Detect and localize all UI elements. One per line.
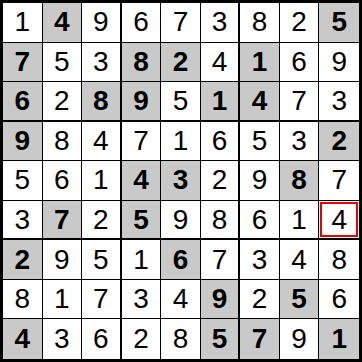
cell-r8c6[interactable]: 9 xyxy=(201,280,241,320)
cell-r2c2[interactable]: 5 xyxy=(43,43,83,83)
cell-r5c2[interactable]: 6 xyxy=(43,161,83,201)
cell-r4c5[interactable]: 1 xyxy=(161,122,201,162)
cell-r5c7[interactable]: 9 xyxy=(240,161,280,201)
cell-r6c3[interactable]: 2 xyxy=(82,201,122,241)
cell-r6c8[interactable]: 1 xyxy=(280,201,320,241)
cell-r2c1[interactable]: 7 xyxy=(3,43,43,83)
cell-r4c8[interactable]: 3 xyxy=(280,122,320,162)
cell-r9c2[interactable]: 3 xyxy=(43,319,83,359)
cell-r4c4[interactable]: 7 xyxy=(122,122,162,162)
cell-r5c1[interactable]: 5 xyxy=(3,161,43,201)
cell-r1c7[interactable]: 8 xyxy=(240,3,280,43)
cell-r8c9[interactable]: 6 xyxy=(319,280,359,320)
cell-r9c6[interactable]: 5 xyxy=(201,319,241,359)
cell-r4c7[interactable]: 5 xyxy=(240,122,280,162)
cell-r5c3[interactable]: 1 xyxy=(82,161,122,201)
cell-r2c6[interactable]: 4 xyxy=(201,43,241,83)
cell-r5c5[interactable]: 3 xyxy=(161,161,201,201)
cell-r3c4[interactable]: 9 xyxy=(122,82,162,122)
cell-r3c8[interactable]: 7 xyxy=(280,82,320,122)
cell-r6c9[interactable]: 4 xyxy=(319,201,359,241)
cell-r1c2[interactable]: 4 xyxy=(43,3,83,43)
cell-r8c5[interactable]: 4 xyxy=(161,280,201,320)
cell-r3c3[interactable]: 8 xyxy=(82,82,122,122)
cell-r4c2[interactable]: 8 xyxy=(43,122,83,162)
cell-r5c6[interactable]: 2 xyxy=(201,161,241,201)
cell-r7c2[interactable]: 9 xyxy=(43,240,83,280)
cell-r7c4[interactable]: 1 xyxy=(122,240,162,280)
cell-r6c2[interactable]: 7 xyxy=(43,201,83,241)
cell-r8c7[interactable]: 2 xyxy=(240,280,280,320)
cell-r7c9[interactable]: 8 xyxy=(319,240,359,280)
cell-r3c1[interactable]: 6 xyxy=(3,82,43,122)
cell-r9c8[interactable]: 9 xyxy=(280,319,320,359)
cell-r4c1[interactable]: 9 xyxy=(3,122,43,162)
cell-r7c1[interactable]: 2 xyxy=(3,240,43,280)
cell-r1c3[interactable]: 9 xyxy=(82,3,122,43)
cell-r8c2[interactable]: 1 xyxy=(43,280,83,320)
cell-r4c6[interactable]: 6 xyxy=(201,122,241,162)
cell-r3c2[interactable]: 2 xyxy=(43,82,83,122)
cell-r2c9[interactable]: 9 xyxy=(319,43,359,83)
cell-r8c4[interactable]: 3 xyxy=(122,280,162,320)
cell-r7c6[interactable]: 7 xyxy=(201,240,241,280)
cell-r6c6[interactable]: 8 xyxy=(201,201,241,241)
cell-r9c7[interactable]: 7 xyxy=(240,319,280,359)
sudoku-board: 1496738257538241696289514739847165325614… xyxy=(0,0,362,362)
cell-r1c6[interactable]: 3 xyxy=(201,3,241,43)
cell-r2c8[interactable]: 6 xyxy=(280,43,320,83)
cell-r1c5[interactable]: 7 xyxy=(161,3,201,43)
cell-r1c4[interactable]: 6 xyxy=(122,3,162,43)
cell-r8c3[interactable]: 7 xyxy=(82,280,122,320)
cell-r8c1[interactable]: 8 xyxy=(3,280,43,320)
cell-r1c8[interactable]: 2 xyxy=(280,3,320,43)
cell-r7c3[interactable]: 5 xyxy=(82,240,122,280)
cell-r7c5[interactable]: 6 xyxy=(161,240,201,280)
cell-r4c9[interactable]: 2 xyxy=(319,122,359,162)
cell-r2c3[interactable]: 3 xyxy=(82,43,122,83)
cell-r4c3[interactable]: 4 xyxy=(82,122,122,162)
cell-r5c8[interactable]: 8 xyxy=(280,161,320,201)
cell-r9c4[interactable]: 2 xyxy=(122,319,162,359)
cell-r7c8[interactable]: 4 xyxy=(280,240,320,280)
cell-r9c1[interactable]: 4 xyxy=(3,319,43,359)
cell-r9c3[interactable]: 6 xyxy=(82,319,122,359)
cell-r2c5[interactable]: 2 xyxy=(161,43,201,83)
cell-r3c6[interactable]: 1 xyxy=(201,82,241,122)
cell-r5c9[interactable]: 7 xyxy=(319,161,359,201)
cell-r2c4[interactable]: 8 xyxy=(122,43,162,83)
cell-r9c9[interactable]: 1 xyxy=(319,319,359,359)
cell-r6c7[interactable]: 6 xyxy=(240,201,280,241)
cell-r3c7[interactable]: 4 xyxy=(240,82,280,122)
cell-r6c5[interactable]: 9 xyxy=(161,201,201,241)
cell-r8c8[interactable]: 5 xyxy=(280,280,320,320)
cell-r9c5[interactable]: 8 xyxy=(161,319,201,359)
cell-r5c4[interactable]: 4 xyxy=(122,161,162,201)
cell-r3c9[interactable]: 3 xyxy=(319,82,359,122)
cell-r6c1[interactable]: 3 xyxy=(3,201,43,241)
cell-r6c4[interactable]: 5 xyxy=(122,201,162,241)
cell-r1c1[interactable]: 1 xyxy=(3,3,43,43)
cell-r1c9[interactable]: 5 xyxy=(319,3,359,43)
cell-r2c7[interactable]: 1 xyxy=(240,43,280,83)
cell-r7c7[interactable]: 3 xyxy=(240,240,280,280)
cell-r3c5[interactable]: 5 xyxy=(161,82,201,122)
